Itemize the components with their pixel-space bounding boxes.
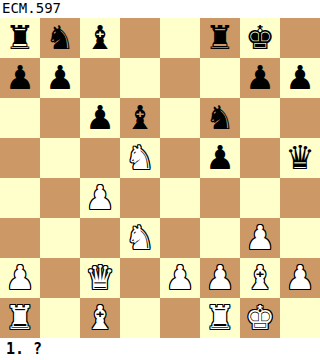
piece-black-pawn: ♟ bbox=[285, 58, 315, 98]
piece-black-pawn: ♟ bbox=[85, 98, 115, 138]
square-g7[interactable]: ♟ bbox=[240, 58, 280, 98]
square-f6[interactable]: ♞ bbox=[200, 98, 240, 138]
square-c8[interactable]: ♝ bbox=[80, 18, 120, 58]
square-h7[interactable]: ♟ bbox=[280, 58, 320, 98]
piece-white-pawn: ♟ bbox=[285, 258, 315, 298]
square-c5[interactable] bbox=[80, 138, 120, 178]
chess-board: ♜♞♝♜♚♟♟♟♟♟♝♞♞♟♛♟♞♟♟♛♟♟♝♟♜♝♜♚ bbox=[0, 18, 320, 338]
square-f7[interactable] bbox=[200, 58, 240, 98]
square-e2[interactable]: ♟ bbox=[160, 258, 200, 298]
piece-black-knight: ♞ bbox=[45, 18, 75, 58]
square-h8[interactable] bbox=[280, 18, 320, 58]
piece-black-bishop: ♝ bbox=[125, 98, 155, 138]
square-c7[interactable] bbox=[80, 58, 120, 98]
piece-black-knight: ♞ bbox=[205, 98, 235, 138]
square-d4[interactable] bbox=[120, 178, 160, 218]
square-d8[interactable] bbox=[120, 18, 160, 58]
square-a8[interactable]: ♜ bbox=[0, 18, 40, 58]
square-e7[interactable] bbox=[160, 58, 200, 98]
square-e1[interactable] bbox=[160, 298, 200, 338]
square-g1[interactable]: ♚ bbox=[240, 298, 280, 338]
square-c2[interactable]: ♛ bbox=[80, 258, 120, 298]
square-b2[interactable] bbox=[40, 258, 80, 298]
square-h4[interactable] bbox=[280, 178, 320, 218]
square-f5[interactable]: ♟ bbox=[200, 138, 240, 178]
square-f1[interactable]: ♜ bbox=[200, 298, 240, 338]
piece-white-rook: ♜ bbox=[5, 298, 35, 338]
square-d2[interactable] bbox=[120, 258, 160, 298]
square-a7[interactable]: ♟ bbox=[0, 58, 40, 98]
square-b5[interactable] bbox=[40, 138, 80, 178]
square-g8[interactable]: ♚ bbox=[240, 18, 280, 58]
square-d7[interactable] bbox=[120, 58, 160, 98]
square-a1[interactable]: ♜ bbox=[0, 298, 40, 338]
square-c1[interactable]: ♝ bbox=[80, 298, 120, 338]
square-c3[interactable] bbox=[80, 218, 120, 258]
square-b7[interactable]: ♟ bbox=[40, 58, 80, 98]
piece-white-pawn: ♟ bbox=[85, 178, 115, 218]
piece-black-bishop: ♝ bbox=[85, 18, 115, 58]
square-b1[interactable] bbox=[40, 298, 80, 338]
square-a4[interactable] bbox=[0, 178, 40, 218]
square-a6[interactable] bbox=[0, 98, 40, 138]
square-g5[interactable] bbox=[240, 138, 280, 178]
piece-black-pawn: ♟ bbox=[5, 58, 35, 98]
piece-white-pawn: ♟ bbox=[165, 258, 195, 298]
square-a2[interactable]: ♟ bbox=[0, 258, 40, 298]
square-d5[interactable]: ♞ bbox=[120, 138, 160, 178]
piece-black-rook: ♜ bbox=[205, 18, 235, 58]
square-h1[interactable] bbox=[280, 298, 320, 338]
square-g3[interactable]: ♟ bbox=[240, 218, 280, 258]
square-e3[interactable] bbox=[160, 218, 200, 258]
square-g6[interactable] bbox=[240, 98, 280, 138]
square-c6[interactable]: ♟ bbox=[80, 98, 120, 138]
square-h2[interactable]: ♟ bbox=[280, 258, 320, 298]
square-e4[interactable] bbox=[160, 178, 200, 218]
square-d1[interactable] bbox=[120, 298, 160, 338]
square-f4[interactable] bbox=[200, 178, 240, 218]
piece-white-knight: ♞ bbox=[125, 218, 155, 258]
piece-white-pawn: ♟ bbox=[245, 218, 275, 258]
square-e5[interactable] bbox=[160, 138, 200, 178]
piece-white-knight: ♞ bbox=[125, 138, 155, 178]
piece-white-king: ♚ bbox=[245, 298, 275, 338]
square-a5[interactable] bbox=[0, 138, 40, 178]
move-number-prompt: 1. ? bbox=[0, 338, 320, 360]
square-f8[interactable]: ♜ bbox=[200, 18, 240, 58]
square-h3[interactable] bbox=[280, 218, 320, 258]
square-b4[interactable] bbox=[40, 178, 80, 218]
square-h5[interactable]: ♛ bbox=[280, 138, 320, 178]
piece-black-queen: ♛ bbox=[285, 138, 315, 178]
square-e8[interactable] bbox=[160, 18, 200, 58]
square-b6[interactable] bbox=[40, 98, 80, 138]
piece-black-pawn: ♟ bbox=[205, 138, 235, 178]
square-g4[interactable] bbox=[240, 178, 280, 218]
piece-white-bishop: ♝ bbox=[85, 298, 115, 338]
square-b3[interactable] bbox=[40, 218, 80, 258]
square-g2[interactable]: ♝ bbox=[240, 258, 280, 298]
piece-black-rook: ♜ bbox=[5, 18, 35, 58]
square-a3[interactable] bbox=[0, 218, 40, 258]
square-h6[interactable] bbox=[280, 98, 320, 138]
piece-black-pawn: ♟ bbox=[45, 58, 75, 98]
piece-black-king: ♚ bbox=[245, 18, 275, 58]
square-e6[interactable] bbox=[160, 98, 200, 138]
piece-white-pawn: ♟ bbox=[205, 258, 235, 298]
square-d3[interactable]: ♞ bbox=[120, 218, 160, 258]
piece-white-rook: ♜ bbox=[205, 298, 235, 338]
piece-white-bishop: ♝ bbox=[245, 258, 275, 298]
square-b8[interactable]: ♞ bbox=[40, 18, 80, 58]
square-f2[interactable]: ♟ bbox=[200, 258, 240, 298]
piece-white-queen: ♛ bbox=[85, 258, 115, 298]
square-f3[interactable] bbox=[200, 218, 240, 258]
square-c4[interactable]: ♟ bbox=[80, 178, 120, 218]
piece-white-pawn: ♟ bbox=[5, 258, 35, 298]
page-title: ECM.597 bbox=[0, 0, 320, 18]
piece-black-pawn: ♟ bbox=[245, 58, 275, 98]
square-d6[interactable]: ♝ bbox=[120, 98, 160, 138]
